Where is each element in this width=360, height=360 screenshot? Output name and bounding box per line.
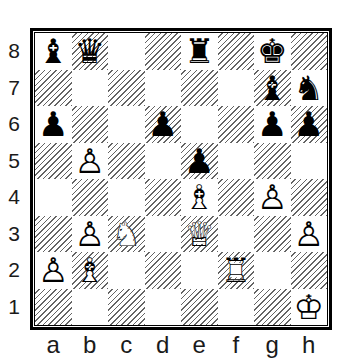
board-frame: ♝♛♜♚♝♞♟♟♟♟♟♙♟♝♗♟♙♟♙♞♘♛♕♟♙♟♙♝♗♜♖♚♔ [30, 28, 332, 330]
white-rook-piece: ♜♖ [218, 252, 255, 289]
square-a2[interactable]: ♟♙ [35, 252, 72, 289]
square-f7[interactable] [218, 70, 255, 107]
square-c5[interactable] [108, 143, 145, 180]
file-label-a: a [35, 331, 72, 358]
file-label-h: h [291, 331, 328, 358]
square-d7[interactable] [145, 70, 182, 107]
black-pawn-piece: ♟ [181, 143, 218, 180]
square-g8[interactable]: ♚ [254, 33, 291, 70]
square-b4[interactable] [72, 179, 109, 216]
black-pawn-piece: ♟ [291, 106, 328, 143]
black-bishop-piece: ♝ [35, 33, 72, 70]
square-c7[interactable] [108, 70, 145, 107]
square-c1[interactable] [108, 289, 145, 326]
square-g2[interactable] [254, 252, 291, 289]
square-d3[interactable] [145, 216, 182, 253]
square-g1[interactable] [254, 289, 291, 326]
square-h2[interactable] [291, 252, 328, 289]
square-a3[interactable] [35, 216, 72, 253]
square-h6[interactable]: ♟ [291, 106, 328, 143]
rank-label-6: 6 [1, 106, 27, 143]
square-f2[interactable]: ♜♖ [218, 252, 255, 289]
square-e1[interactable] [181, 289, 218, 326]
black-knight-piece: ♞ [291, 70, 328, 107]
square-h4[interactable] [291, 179, 328, 216]
file-label-g: g [254, 331, 291, 358]
white-pawn-piece: ♟♙ [291, 216, 328, 253]
square-g4[interactable]: ♟♙ [254, 179, 291, 216]
square-a6[interactable]: ♟ [35, 106, 72, 143]
square-f8[interactable] [218, 33, 255, 70]
white-pawn-piece: ♟♙ [35, 252, 72, 289]
square-e5[interactable]: ♟ [181, 143, 218, 180]
square-b7[interactable] [72, 70, 109, 107]
black-pawn-piece: ♟ [254, 106, 291, 143]
square-h8[interactable] [291, 33, 328, 70]
square-b5[interactable]: ♟♙ [72, 143, 109, 180]
square-c4[interactable] [108, 179, 145, 216]
chess-diagram: 87654321 ♝♛♜♚♝♞♟♟♟♟♟♙♟♝♗♟♙♟♙♞♘♛♕♟♙♟♙♝♗♜♖… [0, 0, 360, 360]
square-d8[interactable] [145, 33, 182, 70]
square-f4[interactable] [218, 179, 255, 216]
square-a7[interactable] [35, 70, 72, 107]
square-b1[interactable] [72, 289, 109, 326]
square-d4[interactable] [145, 179, 182, 216]
square-f6[interactable] [218, 106, 255, 143]
square-h7[interactable]: ♞ [291, 70, 328, 107]
white-bishop-piece: ♝♗ [181, 179, 218, 216]
black-rook-piece: ♜ [181, 33, 218, 70]
file-label-e: e [181, 331, 218, 358]
black-queen-piece: ♛ [72, 33, 109, 70]
square-g5[interactable] [254, 143, 291, 180]
square-e6[interactable] [181, 106, 218, 143]
square-g3[interactable] [254, 216, 291, 253]
square-e7[interactable] [181, 70, 218, 107]
square-h1[interactable]: ♚♔ [291, 289, 328, 326]
square-e4[interactable]: ♝♗ [181, 179, 218, 216]
rank-label-3: 3 [1, 216, 27, 253]
white-knight-piece: ♞♘ [108, 216, 145, 253]
white-bishop-piece: ♝♗ [72, 252, 109, 289]
file-label-c: c [108, 331, 145, 358]
black-pawn-piece: ♟ [35, 106, 72, 143]
rank-label-8: 8 [1, 33, 27, 70]
rank-labels: 87654321 [1, 33, 27, 325]
square-c8[interactable] [108, 33, 145, 70]
rank-label-1: 1 [1, 289, 27, 326]
white-pawn-piece: ♟♙ [254, 179, 291, 216]
file-label-f: f [218, 331, 255, 358]
square-h3[interactable]: ♟♙ [291, 216, 328, 253]
white-pawn-piece: ♟♙ [72, 216, 109, 253]
square-e3[interactable]: ♛♕ [181, 216, 218, 253]
square-e2[interactable] [181, 252, 218, 289]
white-king-piece: ♚♔ [291, 289, 328, 326]
black-king-piece: ♚ [254, 33, 291, 70]
square-b3[interactable]: ♟♙ [72, 216, 109, 253]
square-a5[interactable] [35, 143, 72, 180]
square-b6[interactable] [72, 106, 109, 143]
rank-label-2: 2 [1, 252, 27, 289]
square-d1[interactable] [145, 289, 182, 326]
square-g7[interactable]: ♝ [254, 70, 291, 107]
square-c2[interactable] [108, 252, 145, 289]
file-label-d: d [145, 331, 182, 358]
square-a4[interactable] [35, 179, 72, 216]
white-queen-piece: ♛♕ [181, 216, 218, 253]
file-labels: abcdefgh [35, 331, 327, 358]
file-label-b: b [72, 331, 109, 358]
square-f1[interactable] [218, 289, 255, 326]
white-pawn-piece: ♟♙ [72, 143, 109, 180]
square-f5[interactable] [218, 143, 255, 180]
black-bishop-piece: ♝ [254, 70, 291, 107]
square-b2[interactable]: ♝♗ [72, 252, 109, 289]
square-a1[interactable] [35, 289, 72, 326]
rank-label-4: 4 [1, 179, 27, 216]
square-b8[interactable]: ♛ [72, 33, 109, 70]
square-c6[interactable] [108, 106, 145, 143]
square-g6[interactable]: ♟ [254, 106, 291, 143]
rank-label-5: 5 [1, 143, 27, 180]
square-d6[interactable]: ♟ [145, 106, 182, 143]
square-c3[interactable]: ♞♘ [108, 216, 145, 253]
black-pawn-piece: ♟ [145, 106, 182, 143]
square-h5[interactable] [291, 143, 328, 180]
square-a8[interactable]: ♝ [35, 33, 72, 70]
square-d5[interactable] [145, 143, 182, 180]
square-e8[interactable]: ♜ [181, 33, 218, 70]
square-f3[interactable] [218, 216, 255, 253]
rank-label-7: 7 [1, 70, 27, 107]
board-grid: ♝♛♜♚♝♞♟♟♟♟♟♙♟♝♗♟♙♟♙♞♘♛♕♟♙♟♙♝♗♜♖♚♔ [34, 32, 328, 326]
square-d2[interactable] [145, 252, 182, 289]
